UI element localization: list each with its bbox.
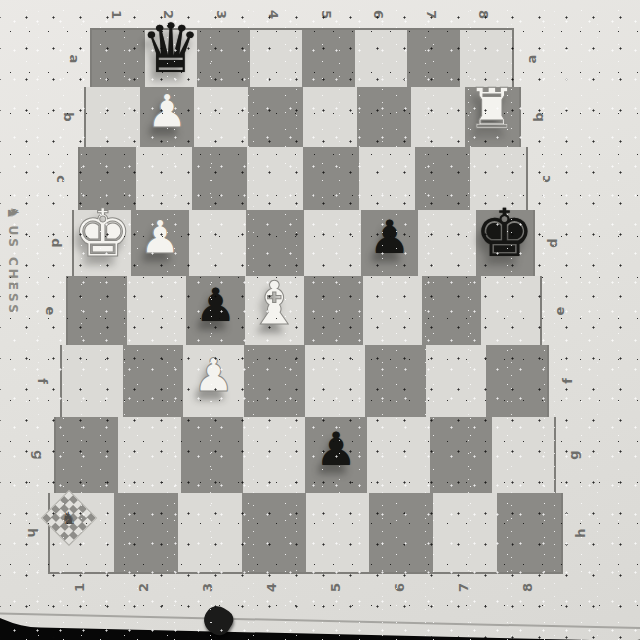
square-a6 (355, 30, 408, 87)
square-g4 (243, 417, 305, 493)
rank-label-bottom-3: 3 (200, 582, 215, 591)
rank-label-bottom-cell-7: 7 (431, 572, 495, 602)
board-row-a: a♛a (90, 28, 514, 87)
square-b2: ♟ (140, 87, 194, 147)
square-b5 (303, 87, 357, 147)
board-row-d: d♚♟♟♚d (72, 210, 535, 276)
board-row-f: f♟f (60, 345, 549, 417)
square-e6 (363, 276, 422, 345)
square-f3: ♟ (183, 345, 244, 417)
rank-label-top-4: 4 (266, 10, 281, 19)
square-e2 (127, 276, 186, 345)
square-a5 (302, 30, 355, 87)
square-h6 (369, 493, 433, 572)
square-e5 (304, 276, 363, 345)
square-e4: ♝ (245, 276, 304, 345)
rank-label-bottom-cell-8: 8 (495, 572, 559, 602)
square-d4 (246, 210, 303, 276)
us-chess-knight-icon: ♞ (4, 206, 22, 219)
square-b8: ♜ (465, 87, 519, 147)
rank-label-bottom-5: 5 (328, 582, 343, 591)
rank-label-top-3: 3 (214, 10, 229, 19)
rank-label-bottom-cell-2: 2 (112, 572, 176, 602)
rank-label-bottom-2: 2 (136, 582, 151, 591)
black-pawn-d6: ♟ (369, 214, 410, 260)
rank-label-top-cell-5: 5 (300, 2, 353, 27)
rank-label-top-1: 1 (109, 10, 124, 19)
square-b3 (194, 87, 248, 147)
file-label-left-b: b (61, 112, 76, 121)
square-c7 (415, 147, 471, 210)
square-f7 (426, 345, 487, 417)
file-label-right-c: c (539, 175, 554, 183)
rank-label-bottom-cell-1: 1 (48, 572, 112, 602)
square-h8 (497, 493, 561, 572)
square-d8: ♚ (476, 210, 533, 276)
rank-label-bottom-cell-3: 3 (176, 572, 240, 602)
rank-label-bottom-1: 1 (72, 582, 87, 591)
square-b4 (248, 87, 302, 147)
white-bishop-e4: ♝ (248, 272, 302, 332)
square-c6 (359, 147, 415, 210)
square-g6 (367, 417, 429, 493)
file-label-right-e: e (552, 306, 567, 315)
square-h5 (306, 493, 370, 572)
square-c3 (192, 147, 248, 210)
corner-knight-icon: ♞ (61, 508, 76, 528)
rank-label-bottom-cell-6: 6 (367, 572, 431, 602)
rank-label-bottom-8: 8 (520, 582, 535, 591)
rank-label-top-cell-3: 3 (195, 2, 248, 27)
square-a7 (407, 30, 460, 87)
file-label-right-d: d (545, 238, 560, 247)
white-king-d1: ♚ (73, 201, 132, 267)
rank-label-top-cell-6: 6 (353, 2, 406, 27)
square-f8 (486, 345, 547, 417)
file-label-left-c: c (54, 175, 69, 183)
board-row-g: g♟g (54, 417, 556, 493)
white-pawn-d2: ♟ (139, 214, 180, 260)
bottom-edge-rank-labels: 12345678 (48, 572, 559, 602)
board-row-h: hh (48, 493, 563, 574)
square-e8 (481, 276, 540, 345)
square-g1 (56, 417, 118, 493)
white-rook-b8: ♜ (467, 81, 517, 137)
rank-label-bottom-6: 6 (392, 582, 407, 591)
rank-label-top-cell-4: 4 (248, 2, 301, 27)
square-d1: ♚ (74, 210, 131, 276)
rank-label-bottom-7: 7 (456, 582, 471, 591)
file-label-right-f: f (561, 378, 576, 384)
square-c8 (470, 147, 526, 210)
rank-label-bottom-4: 4 (264, 582, 279, 591)
square-a2: ♛ (145, 30, 198, 87)
square-e1 (68, 276, 127, 345)
board-row-e: e♟♝e (66, 276, 542, 345)
black-king-d8: ♚ (475, 201, 534, 267)
rank-label-top-cell-1: 1 (90, 2, 143, 27)
rank-label-top-cell-7: 7 (405, 2, 458, 27)
file-label-right-h: h (573, 528, 588, 537)
square-g2 (118, 417, 180, 493)
square-f6 (365, 345, 426, 417)
rank-label-top-8: 8 (476, 10, 491, 19)
rank-label-top-5: 5 (319, 10, 334, 19)
square-f5 (305, 345, 366, 417)
us-chess-logo-text: US CHESS (6, 225, 20, 315)
square-d7 (418, 210, 475, 276)
square-d6: ♟ (361, 210, 418, 276)
square-e7 (422, 276, 481, 345)
file-label-left-h: h (25, 528, 40, 537)
rank-label-top-cell-2: 2 (143, 2, 196, 27)
square-f2 (123, 345, 184, 417)
rank-label-bottom-cell-4: 4 (240, 572, 304, 602)
square-e3: ♟ (186, 276, 245, 345)
file-label-left-a: a (67, 54, 82, 63)
top-edge-rank-labels: 12345678 (90, 2, 510, 27)
square-b6 (357, 87, 411, 147)
file-label-left-f: f (35, 378, 50, 384)
square-h2 (114, 493, 178, 572)
board-grid: a♛ab♟♜bccd♚♟♟♚de♟♝ef♟fg♟ghh (0, 28, 640, 574)
file-label-left-e: e (43, 306, 58, 315)
square-d3 (189, 210, 246, 276)
board-row-b: b♟♜b (84, 87, 521, 147)
square-b1 (86, 87, 140, 147)
square-a8 (460, 30, 513, 87)
rank-label-top-6: 6 (371, 10, 386, 19)
square-c5 (303, 147, 359, 210)
square-f1 (62, 345, 123, 417)
square-d5 (304, 210, 361, 276)
square-g5: ♟ (305, 417, 367, 493)
file-label-left-d: d (49, 238, 64, 247)
square-b7 (411, 87, 465, 147)
file-label-right-g: g (566, 450, 581, 459)
square-h3 (178, 493, 242, 572)
white-pawn-b2: ♟ (147, 88, 188, 134)
white-pawn-f3: ♟ (193, 352, 234, 398)
square-c4 (247, 147, 303, 210)
black-pawn-e3: ♟ (195, 281, 236, 327)
rank-label-top-2: 2 (161, 10, 176, 19)
square-g3 (181, 417, 243, 493)
rank-label-bottom-cell-5: 5 (304, 572, 368, 602)
square-h4 (242, 493, 306, 572)
square-a4 (250, 30, 303, 87)
square-c1 (80, 147, 136, 210)
rank-label-top-cell-8: 8 (458, 2, 511, 27)
square-a3 (197, 30, 250, 87)
square-a1 (92, 30, 145, 87)
us-chess-logo: ♞ US CHESS (4, 206, 22, 316)
file-label-right-b: b (531, 112, 546, 121)
board-row-c: cc (78, 147, 528, 210)
square-g7 (430, 417, 492, 493)
square-h7 (433, 493, 497, 572)
file-label-right-a: a (524, 54, 539, 63)
square-d2: ♟ (131, 210, 188, 276)
rank-label-top-7: 7 (424, 10, 439, 19)
square-c2 (136, 147, 192, 210)
black-pawn-g5: ♟ (316, 426, 357, 472)
file-label-left-g: g (31, 450, 46, 459)
square-f4 (244, 345, 305, 417)
photo-of-chessboard: { "game": "chess", "scene_note": "overhe… (0, 0, 640, 640)
square-g8 (492, 417, 554, 493)
